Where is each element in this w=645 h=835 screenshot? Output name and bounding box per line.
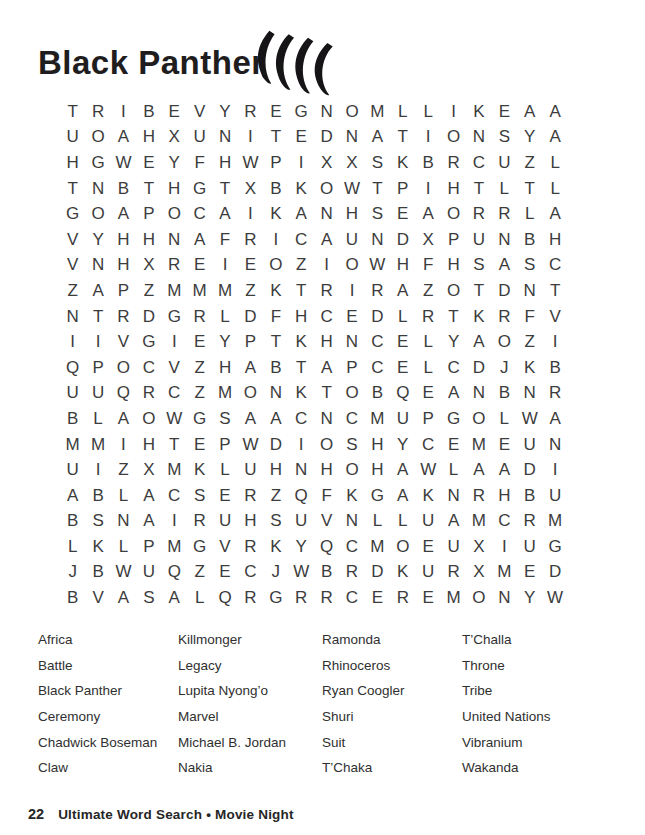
grid-cell[interactable]: C	[441, 355, 466, 381]
grid-cell[interactable]: U	[212, 509, 237, 535]
grid-cell[interactable]: I	[111, 99, 136, 125]
grid-cell[interactable]: L	[187, 585, 212, 611]
grid-cell[interactable]: O	[441, 278, 466, 304]
grid-cell[interactable]: N	[517, 381, 542, 407]
grid-cell[interactable]: C	[339, 406, 364, 432]
grid-cell[interactable]: K	[390, 560, 415, 586]
grid-cell[interactable]: F	[187, 150, 212, 176]
grid-cell[interactable]: O	[390, 534, 415, 560]
grid-cell[interactable]: M	[212, 381, 237, 407]
grid-cell[interactable]: H	[289, 304, 314, 330]
grid-cell[interactable]: Q	[111, 381, 136, 407]
grid-cell[interactable]: O	[85, 201, 110, 227]
grid-cell[interactable]: C	[136, 355, 161, 381]
grid-cell[interactable]: C	[339, 585, 364, 611]
grid-cell[interactable]: L	[390, 99, 415, 125]
grid-cell[interactable]: O	[492, 329, 517, 355]
grid-cell[interactable]: F	[517, 304, 542, 330]
grid-cell[interactable]: X	[415, 227, 440, 253]
grid-cell[interactable]: E	[492, 99, 517, 125]
grid-cell[interactable]: T	[365, 176, 390, 202]
grid-cell[interactable]: A	[111, 201, 136, 227]
grid-cell[interactable]: U	[187, 125, 212, 151]
grid-cell[interactable]: K	[263, 534, 288, 560]
grid-cell[interactable]: I	[415, 176, 440, 202]
grid-cell[interactable]: I	[111, 432, 136, 458]
grid-cell[interactable]: P	[111, 278, 136, 304]
grid-cell[interactable]: M	[365, 406, 390, 432]
grid-cell[interactable]: T	[289, 278, 314, 304]
grid-cell[interactable]: O	[136, 406, 161, 432]
grid-cell[interactable]: M	[85, 432, 110, 458]
grid-cell[interactable]: R	[238, 99, 263, 125]
grid-cell[interactable]: K	[289, 176, 314, 202]
grid-cell[interactable]: T	[542, 278, 567, 304]
grid-cell[interactable]: H	[339, 201, 364, 227]
grid-cell[interactable]: R	[415, 304, 440, 330]
grid-cell[interactable]: Y	[441, 329, 466, 355]
grid-cell[interactable]: O	[339, 457, 364, 483]
grid-cell[interactable]: W	[162, 406, 187, 432]
grid-cell[interactable]: K	[289, 381, 314, 407]
grid-cell[interactable]: R	[517, 509, 542, 535]
grid-cell[interactable]: H	[238, 509, 263, 535]
grid-cell[interactable]: R	[289, 585, 314, 611]
grid-cell[interactable]: H	[441, 253, 466, 279]
grid-cell[interactable]: O	[339, 381, 364, 407]
grid-cell[interactable]: P	[263, 150, 288, 176]
grid-cell[interactable]: G	[441, 406, 466, 432]
grid-cell[interactable]: A	[390, 457, 415, 483]
grid-cell[interactable]: B	[111, 176, 136, 202]
grid-cell[interactable]: C	[162, 381, 187, 407]
grid-cell[interactable]: R	[339, 560, 364, 586]
grid-cell[interactable]: N	[212, 125, 237, 151]
grid-cell[interactable]: M	[466, 432, 491, 458]
grid-cell[interactable]: Y	[162, 150, 187, 176]
grid-cell[interactable]: H	[314, 329, 339, 355]
grid-cell[interactable]: N	[365, 227, 390, 253]
grid-cell[interactable]: H	[492, 483, 517, 509]
grid-cell[interactable]: L	[60, 534, 85, 560]
grid-cell[interactable]: C	[289, 227, 314, 253]
grid-cell[interactable]: A	[466, 457, 491, 483]
grid-cell[interactable]: Z	[111, 457, 136, 483]
grid-cell[interactable]: A	[60, 483, 85, 509]
grid-cell[interactable]: U	[415, 560, 440, 586]
grid-cell[interactable]: E	[390, 355, 415, 381]
grid-cell[interactable]: W	[289, 560, 314, 586]
grid-cell[interactable]: Z	[289, 253, 314, 279]
grid-cell[interactable]: T	[136, 176, 161, 202]
grid-cell[interactable]: E	[517, 560, 542, 586]
grid-cell[interactable]: D	[542, 560, 567, 586]
grid-cell[interactable]: Y	[85, 227, 110, 253]
grid-cell[interactable]: O	[85, 125, 110, 151]
grid-cell[interactable]: L	[542, 150, 567, 176]
grid-cell[interactable]: G	[187, 176, 212, 202]
grid-cell[interactable]: L	[111, 483, 136, 509]
grid-cell[interactable]: C	[542, 253, 567, 279]
grid-cell[interactable]: O	[466, 406, 491, 432]
grid-cell[interactable]: H	[162, 176, 187, 202]
grid-cell[interactable]: X	[136, 457, 161, 483]
grid-cell[interactable]: H	[314, 457, 339, 483]
grid-cell[interactable]: X	[466, 534, 491, 560]
grid-cell[interactable]: E	[415, 585, 440, 611]
grid-cell[interactable]: E	[136, 150, 161, 176]
grid-cell[interactable]: H	[365, 457, 390, 483]
grid-cell[interactable]: O	[263, 253, 288, 279]
grid-cell[interactable]: E	[289, 125, 314, 151]
grid-cell[interactable]: L	[517, 201, 542, 227]
grid-cell[interactable]: W	[415, 457, 440, 483]
grid-cell[interactable]: Z	[187, 560, 212, 586]
grid-cell[interactable]: L	[415, 329, 440, 355]
grid-cell[interactable]: B	[60, 585, 85, 611]
grid-cell[interactable]: Z	[136, 278, 161, 304]
grid-cell[interactable]: R	[162, 253, 187, 279]
grid-cell[interactable]: V	[314, 509, 339, 535]
grid-cell[interactable]: S	[212, 406, 237, 432]
grid-cell[interactable]: I	[60, 329, 85, 355]
grid-cell[interactable]: T	[212, 176, 237, 202]
grid-cell[interactable]: B	[542, 355, 567, 381]
grid-cell[interactable]: N	[492, 585, 517, 611]
grid-cell[interactable]: Z	[517, 150, 542, 176]
grid-cell[interactable]: Z	[187, 381, 212, 407]
grid-cell[interactable]: R	[390, 585, 415, 611]
grid-cell[interactable]: S	[517, 253, 542, 279]
grid-cell[interactable]: B	[263, 176, 288, 202]
grid-cell[interactable]: A	[542, 201, 567, 227]
grid-cell[interactable]: A	[390, 278, 415, 304]
grid-cell[interactable]: O	[238, 381, 263, 407]
grid-cell[interactable]: J	[263, 560, 288, 586]
grid-cell[interactable]: N	[517, 278, 542, 304]
grid-cell[interactable]: T	[263, 125, 288, 151]
grid-cell[interactable]: E	[365, 585, 390, 611]
grid-cell[interactable]: J	[492, 355, 517, 381]
grid-cell[interactable]: T	[466, 278, 491, 304]
grid-cell[interactable]: A	[441, 381, 466, 407]
grid-cell[interactable]: S	[339, 432, 364, 458]
grid-cell[interactable]: U	[517, 432, 542, 458]
grid-cell[interactable]: R	[441, 150, 466, 176]
grid-cell[interactable]: O	[441, 125, 466, 151]
grid-cell[interactable]: A	[263, 406, 288, 432]
grid-cell[interactable]: E	[162, 99, 187, 125]
grid-cell[interactable]: D	[365, 560, 390, 586]
grid-cell[interactable]: Q	[390, 381, 415, 407]
grid-cell[interactable]: A	[365, 125, 390, 151]
grid-cell[interactable]: A	[111, 585, 136, 611]
grid-cell[interactable]: A	[492, 457, 517, 483]
grid-cell[interactable]: A	[314, 227, 339, 253]
grid-cell[interactable]: K	[466, 99, 491, 125]
grid-cell[interactable]: C	[339, 534, 364, 560]
grid-cell[interactable]: E	[212, 483, 237, 509]
grid-cell[interactable]: N	[314, 406, 339, 432]
grid-cell[interactable]: S	[187, 483, 212, 509]
grid-cell[interactable]: D	[492, 278, 517, 304]
grid-cell[interactable]: Y	[212, 329, 237, 355]
grid-cell[interactable]: E	[390, 329, 415, 355]
grid-cell[interactable]: O	[314, 432, 339, 458]
grid-cell[interactable]: C	[238, 560, 263, 586]
grid-cell[interactable]: R	[136, 381, 161, 407]
grid-cell[interactable]: B	[517, 227, 542, 253]
grid-cell[interactable]: G	[187, 406, 212, 432]
grid-cell[interactable]: A	[441, 509, 466, 535]
grid-cell[interactable]: T	[466, 176, 491, 202]
grid-cell[interactable]: N	[492, 227, 517, 253]
grid-cell[interactable]: A	[415, 201, 440, 227]
grid-cell[interactable]: X	[136, 253, 161, 279]
grid-cell[interactable]: E	[187, 432, 212, 458]
grid-cell[interactable]: U	[238, 457, 263, 483]
grid-cell[interactable]: H	[365, 432, 390, 458]
grid-cell[interactable]: H	[441, 176, 466, 202]
grid-cell[interactable]: D	[136, 304, 161, 330]
grid-cell[interactable]: C	[289, 406, 314, 432]
grid-cell[interactable]: S	[136, 585, 161, 611]
grid-cell[interactable]: K	[263, 201, 288, 227]
grid-cell[interactable]: D	[365, 304, 390, 330]
grid-cell[interactable]: R	[365, 278, 390, 304]
grid-cell[interactable]: I	[162, 329, 187, 355]
grid-cell[interactable]: K	[415, 483, 440, 509]
grid-cell[interactable]: Z	[187, 355, 212, 381]
grid-cell[interactable]: E	[415, 381, 440, 407]
grid-cell[interactable]: A	[136, 483, 161, 509]
grid-cell[interactable]: L	[212, 457, 237, 483]
grid-cell[interactable]: Q	[314, 534, 339, 560]
grid-cell[interactable]: O	[111, 355, 136, 381]
grid-cell[interactable]: I	[162, 509, 187, 535]
grid-cell[interactable]: Z	[415, 278, 440, 304]
grid-cell[interactable]: U	[136, 560, 161, 586]
grid-cell[interactable]: H	[60, 150, 85, 176]
grid-cell[interactable]: X	[466, 560, 491, 586]
grid-cell[interactable]: E	[263, 99, 288, 125]
grid-cell[interactable]: A	[289, 201, 314, 227]
grid-cell[interactable]: M	[492, 560, 517, 586]
grid-cell[interactable]: Y	[517, 585, 542, 611]
grid-cell[interactable]: W	[111, 560, 136, 586]
grid-cell[interactable]: C	[492, 509, 517, 535]
grid-cell[interactable]: A	[314, 355, 339, 381]
grid-cell[interactable]: R	[238, 585, 263, 611]
grid-cell[interactable]: E	[441, 432, 466, 458]
grid-cell[interactable]: G	[60, 201, 85, 227]
grid-cell[interactable]: V	[111, 329, 136, 355]
grid-cell[interactable]: O	[339, 253, 364, 279]
grid-cell[interactable]: M	[365, 99, 390, 125]
grid-cell[interactable]: I	[85, 457, 110, 483]
grid-cell[interactable]: C	[187, 201, 212, 227]
grid-cell[interactable]: M	[162, 457, 187, 483]
grid-cell[interactable]: B	[136, 99, 161, 125]
grid-cell[interactable]: M	[60, 432, 85, 458]
grid-cell[interactable]: T	[289, 355, 314, 381]
grid-cell[interactable]: R	[466, 201, 491, 227]
grid-cell[interactable]: F	[415, 253, 440, 279]
grid-cell[interactable]: X	[238, 176, 263, 202]
grid-cell[interactable]: R	[187, 509, 212, 535]
grid-cell[interactable]: S	[263, 509, 288, 535]
grid-cell[interactable]: S	[492, 125, 517, 151]
grid-cell[interactable]: G	[542, 534, 567, 560]
grid-cell[interactable]: I	[212, 253, 237, 279]
grid-cell[interactable]: B	[85, 560, 110, 586]
grid-cell[interactable]: I	[238, 201, 263, 227]
grid-cell[interactable]: V	[162, 355, 187, 381]
grid-cell[interactable]: L	[212, 304, 237, 330]
grid-cell[interactable]: L	[365, 509, 390, 535]
grid-cell[interactable]: R	[238, 483, 263, 509]
grid-cell[interactable]: F	[263, 304, 288, 330]
grid-cell[interactable]: N	[263, 381, 288, 407]
grid-cell[interactable]: R	[542, 381, 567, 407]
grid-cell[interactable]: C	[466, 150, 491, 176]
grid-cell[interactable]: L	[441, 457, 466, 483]
grid-cell[interactable]: H	[136, 227, 161, 253]
grid-cell[interactable]: D	[390, 227, 415, 253]
grid-cell[interactable]: Z	[60, 278, 85, 304]
grid-cell[interactable]: N	[314, 99, 339, 125]
grid-cell[interactable]: K	[85, 534, 110, 560]
grid-cell[interactable]: V	[60, 227, 85, 253]
grid-cell[interactable]: B	[415, 150, 440, 176]
grid-cell[interactable]: B	[492, 381, 517, 407]
grid-cell[interactable]: A	[542, 125, 567, 151]
grid-cell[interactable]: N	[162, 227, 187, 253]
grid-cell[interactable]: R	[466, 483, 491, 509]
grid-cell[interactable]: U	[466, 227, 491, 253]
grid-cell[interactable]: W	[365, 253, 390, 279]
grid-cell[interactable]: L	[492, 176, 517, 202]
grid-cell[interactable]: P	[238, 329, 263, 355]
grid-cell[interactable]: A	[542, 406, 567, 432]
grid-cell[interactable]: O	[339, 99, 364, 125]
grid-cell[interactable]: P	[136, 534, 161, 560]
grid-cell[interactable]: U	[390, 406, 415, 432]
grid-cell[interactable]: A	[187, 227, 212, 253]
grid-cell[interactable]: B	[365, 381, 390, 407]
grid-cell[interactable]: H	[111, 253, 136, 279]
grid-cell[interactable]: C	[162, 483, 187, 509]
grid-cell[interactable]: N	[339, 125, 364, 151]
grid-cell[interactable]: P	[441, 227, 466, 253]
grid-cell[interactable]: S	[85, 509, 110, 535]
grid-cell[interactable]: J	[60, 560, 85, 586]
grid-cell[interactable]: F	[212, 227, 237, 253]
grid-cell[interactable]: O	[314, 176, 339, 202]
grid-cell[interactable]: Q	[60, 355, 85, 381]
grid-cell[interactable]: T	[517, 176, 542, 202]
grid-cell[interactable]: A	[85, 278, 110, 304]
grid-cell[interactable]: P	[85, 355, 110, 381]
grid-cell[interactable]: U	[517, 534, 542, 560]
grid-cell[interactable]: D	[314, 125, 339, 151]
grid-cell[interactable]: A	[238, 355, 263, 381]
grid-cell[interactable]: E	[339, 304, 364, 330]
grid-cell[interactable]: U	[339, 227, 364, 253]
grid-cell[interactable]: C	[365, 355, 390, 381]
grid-cell[interactable]: N	[314, 201, 339, 227]
grid-cell[interactable]: N	[111, 509, 136, 535]
grid-cell[interactable]: D	[238, 304, 263, 330]
grid-cell[interactable]: K	[517, 355, 542, 381]
grid-cell[interactable]: M	[441, 585, 466, 611]
grid-cell[interactable]: M	[466, 509, 491, 535]
grid-cell[interactable]: C	[415, 432, 440, 458]
grid-cell[interactable]: B	[517, 483, 542, 509]
grid-cell[interactable]: I	[238, 125, 263, 151]
grid-cell[interactable]: C	[365, 329, 390, 355]
grid-cell[interactable]: A	[517, 99, 542, 125]
grid-cell[interactable]: W	[111, 150, 136, 176]
grid-cell[interactable]: N	[85, 176, 110, 202]
grid-cell[interactable]: U	[60, 457, 85, 483]
grid-cell[interactable]: N	[60, 304, 85, 330]
grid-cell[interactable]: U	[60, 381, 85, 407]
grid-cell[interactable]: B	[314, 560, 339, 586]
grid-cell[interactable]: D	[517, 457, 542, 483]
grid-cell[interactable]: H	[263, 457, 288, 483]
grid-cell[interactable]: P	[212, 432, 237, 458]
grid-cell[interactable]: M	[212, 278, 237, 304]
grid-cell[interactable]: E	[492, 432, 517, 458]
grid-cell[interactable]: C	[314, 304, 339, 330]
grid-cell[interactable]: N	[289, 457, 314, 483]
grid-cell[interactable]: L	[390, 509, 415, 535]
grid-cell[interactable]: R	[238, 534, 263, 560]
grid-cell[interactable]: T	[162, 432, 187, 458]
grid-cell[interactable]: I	[314, 253, 339, 279]
grid-cell[interactable]: A	[390, 483, 415, 509]
grid-cell[interactable]: Q	[212, 585, 237, 611]
grid-cell[interactable]: I	[415, 125, 440, 151]
grid-cell[interactable]: U	[441, 534, 466, 560]
grid-cell[interactable]: N	[542, 432, 567, 458]
grid-cell[interactable]: I	[492, 534, 517, 560]
grid-cell[interactable]: U	[415, 509, 440, 535]
grid-cell[interactable]: M	[162, 278, 187, 304]
grid-cell[interactable]: K	[187, 457, 212, 483]
grid-cell[interactable]: E	[187, 329, 212, 355]
grid-cell[interactable]: T	[263, 329, 288, 355]
grid-cell[interactable]: G	[162, 304, 187, 330]
grid-cell[interactable]: R	[492, 201, 517, 227]
grid-cell[interactable]: V	[60, 253, 85, 279]
grid-cell[interactable]: A	[111, 406, 136, 432]
grid-cell[interactable]: N	[339, 509, 364, 535]
grid-cell[interactable]: I	[263, 227, 288, 253]
grid-cell[interactable]: W	[238, 150, 263, 176]
grid-cell[interactable]: D	[263, 432, 288, 458]
grid-cell[interactable]: R	[441, 560, 466, 586]
grid-cell[interactable]: L	[390, 304, 415, 330]
grid-cell[interactable]: Q	[289, 483, 314, 509]
grid-cell[interactable]: Y	[212, 99, 237, 125]
grid-cell[interactable]: V	[85, 585, 110, 611]
grid-cell[interactable]: B	[60, 509, 85, 535]
grid-cell[interactable]: U	[492, 150, 517, 176]
grid-cell[interactable]: H	[542, 227, 567, 253]
grid-cell[interactable]: R	[314, 278, 339, 304]
